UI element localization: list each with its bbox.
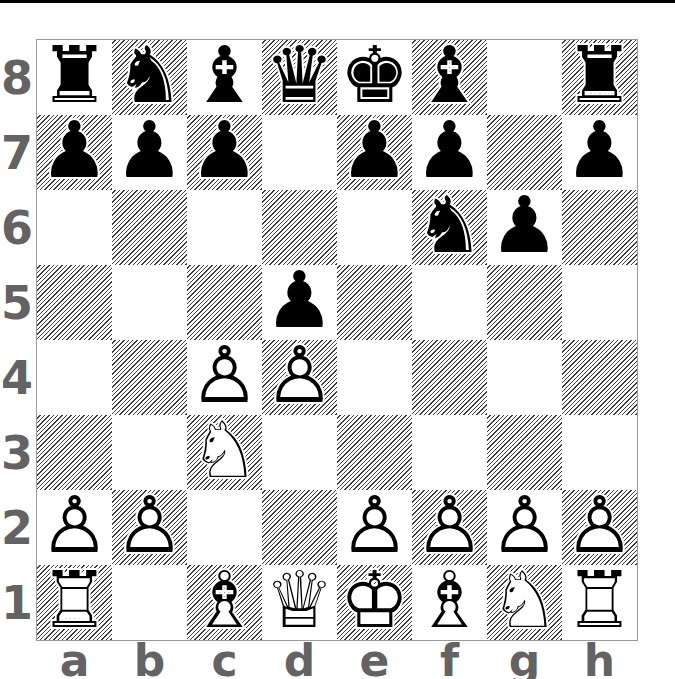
square-g6[interactable]: ♟♟ — [487, 190, 562, 265]
piece-glyph: ♔ — [337, 561, 412, 636]
square-d5[interactable]: ♟♟ — [262, 265, 337, 340]
square-f4[interactable] — [412, 340, 487, 415]
piece-glyph: ♙ — [337, 486, 412, 561]
piece-glyph: ♘ — [487, 561, 562, 636]
square-c2[interactable] — [187, 490, 262, 565]
square-g1[interactable]: ♞♘ — [487, 565, 562, 640]
piece-glyph: ♟ — [487, 186, 562, 261]
square-b5[interactable] — [112, 265, 187, 340]
piece-white-pawn: ♟♙ — [37, 490, 112, 565]
square-h2[interactable]: ♟♙ — [562, 490, 637, 565]
file-label-c: c — [187, 642, 262, 679]
square-d4[interactable]: ♟♙ — [262, 340, 337, 415]
piece-black-pawn: ♟♟ — [562, 115, 637, 190]
square-a8[interactable]: ♜♜ — [37, 40, 112, 115]
piece-black-bishop: ♝♝ — [187, 40, 262, 115]
top-rule — [0, 0, 675, 3]
square-e8[interactable]: ♚♚ — [337, 40, 412, 115]
square-b4[interactable] — [112, 340, 187, 415]
square-c7[interactable]: ♟♟ — [187, 115, 262, 190]
piece-white-queen: ♛♕ — [262, 565, 337, 640]
piece-black-pawn: ♟♟ — [37, 115, 112, 190]
rank-label-7: 7 — [0, 115, 34, 190]
square-e1[interactable]: ♚♔ — [337, 565, 412, 640]
piece-glyph: ♟ — [262, 261, 337, 336]
square-f5[interactable] — [412, 265, 487, 340]
square-h8[interactable]: ♜♜ — [562, 40, 637, 115]
square-c3[interactable]: ♞♘ — [187, 415, 262, 490]
piece-glyph: ♛ — [262, 36, 337, 111]
piece-black-pawn: ♟♟ — [487, 190, 562, 265]
rank-label-3: 3 — [0, 415, 34, 490]
piece-black-king: ♚♚ — [337, 40, 412, 115]
square-g5[interactable] — [487, 265, 562, 340]
piece-black-knight: ♞♞ — [412, 190, 487, 265]
piece-glyph: ♖ — [562, 561, 637, 636]
piece-white-pawn: ♟♙ — [562, 490, 637, 565]
square-f8[interactable]: ♝♝ — [412, 40, 487, 115]
square-g3[interactable] — [487, 415, 562, 490]
square-h5[interactable] — [562, 265, 637, 340]
piece-glyph: ♙ — [262, 336, 337, 411]
square-f2[interactable]: ♟♙ — [412, 490, 487, 565]
rank-label-6: 6 — [0, 190, 34, 265]
square-a5[interactable] — [37, 265, 112, 340]
chess-board: ♜♜♞♞♝♝♛♛♚♚♝♝♜♜♟♟♟♟♟♟♟♟♟♟♟♟♞♞♟♟♟♟♟♙♟♙♞♘♟♙… — [36, 39, 638, 641]
piece-glyph: ♟ — [37, 111, 112, 186]
square-d7[interactable] — [262, 115, 337, 190]
piece-white-knight: ♞♘ — [487, 565, 562, 640]
piece-black-pawn: ♟♟ — [112, 115, 187, 190]
piece-glyph: ♞ — [412, 186, 487, 261]
rank-label-2: 2 — [0, 490, 34, 565]
piece-glyph: ♙ — [187, 336, 262, 411]
piece-white-bishop: ♝♗ — [412, 565, 487, 640]
square-d2[interactable] — [262, 490, 337, 565]
piece-glyph: ♟ — [412, 111, 487, 186]
square-b1[interactable] — [112, 565, 187, 640]
square-e4[interactable] — [337, 340, 412, 415]
piece-black-bishop: ♝♝ — [412, 40, 487, 115]
square-h3[interactable] — [562, 415, 637, 490]
file-label-h: h — [562, 642, 637, 679]
square-c8[interactable]: ♝♝ — [187, 40, 262, 115]
square-b6[interactable] — [112, 190, 187, 265]
square-c4[interactable]: ♟♙ — [187, 340, 262, 415]
square-a1[interactable]: ♜♖ — [37, 565, 112, 640]
square-a6[interactable] — [37, 190, 112, 265]
square-g7[interactable] — [487, 115, 562, 190]
square-g2[interactable]: ♟♙ — [487, 490, 562, 565]
piece-black-pawn: ♟♟ — [262, 265, 337, 340]
square-b8[interactable]: ♞♞ — [112, 40, 187, 115]
piece-glyph: ♙ — [412, 486, 487, 561]
piece-black-rook: ♜♜ — [37, 40, 112, 115]
piece-black-queen: ♛♛ — [262, 40, 337, 115]
square-a4[interactable] — [37, 340, 112, 415]
piece-glyph: ♟ — [187, 111, 262, 186]
square-f7[interactable]: ♟♟ — [412, 115, 487, 190]
piece-white-rook: ♜♖ — [37, 565, 112, 640]
rank-label-1: 1 — [0, 565, 34, 640]
piece-glyph: ♜ — [562, 36, 637, 111]
piece-glyph: ♟ — [337, 111, 412, 186]
square-e6[interactable] — [337, 190, 412, 265]
square-e7[interactable]: ♟♟ — [337, 115, 412, 190]
square-b3[interactable] — [112, 415, 187, 490]
piece-glyph: ♜ — [37, 36, 112, 111]
piece-glyph: ♚ — [337, 36, 412, 111]
square-b2[interactable]: ♟♙ — [112, 490, 187, 565]
piece-white-pawn: ♟♙ — [337, 490, 412, 565]
square-g8[interactable] — [487, 40, 562, 115]
piece-white-rook: ♜♖ — [562, 565, 637, 640]
piece-black-pawn: ♟♟ — [412, 115, 487, 190]
square-e5[interactable] — [337, 265, 412, 340]
square-h6[interactable] — [562, 190, 637, 265]
piece-glyph: ♙ — [37, 486, 112, 561]
square-c5[interactable] — [187, 265, 262, 340]
piece-glyph: ♙ — [487, 486, 562, 561]
piece-white-pawn: ♟♙ — [112, 490, 187, 565]
piece-glyph: ♙ — [562, 486, 637, 561]
square-f6[interactable]: ♞♞ — [412, 190, 487, 265]
square-g4[interactable] — [487, 340, 562, 415]
square-h4[interactable] — [562, 340, 637, 415]
square-a2[interactable]: ♟♙ — [37, 490, 112, 565]
square-c6[interactable] — [187, 190, 262, 265]
square-b7[interactable]: ♟♟ — [112, 115, 187, 190]
rank-label-8: 8 — [0, 40, 34, 115]
piece-black-knight: ♞♞ — [112, 40, 187, 115]
piece-glyph: ♞ — [112, 36, 187, 111]
file-label-a: a — [37, 642, 112, 679]
piece-white-pawn: ♟♙ — [262, 340, 337, 415]
file-label-f: f — [412, 642, 487, 679]
square-a7[interactable]: ♟♟ — [37, 115, 112, 190]
piece-white-pawn: ♟♙ — [412, 490, 487, 565]
square-f3[interactable] — [412, 415, 487, 490]
chess-diagram: 87654321 ♜♜♞♞♝♝♛♛♚♚♝♝♜♜♟♟♟♟♟♟♟♟♟♟♟♟♞♞♟♟♟… — [0, 0, 675, 679]
square-a3[interactable] — [37, 415, 112, 490]
piece-glyph: ♟ — [112, 111, 187, 186]
square-f1[interactable]: ♝♗ — [412, 565, 487, 640]
file-label-d: d — [262, 642, 337, 679]
square-d1[interactable]: ♛♕ — [262, 565, 337, 640]
piece-glyph: ♟ — [562, 111, 637, 186]
piece-white-pawn: ♟♙ — [187, 340, 262, 415]
piece-glyph: ♗ — [412, 561, 487, 636]
square-h7[interactable]: ♟♟ — [562, 115, 637, 190]
rank-label-5: 5 — [0, 265, 34, 340]
piece-glyph: ♝ — [187, 36, 262, 111]
square-d8[interactable]: ♛♛ — [262, 40, 337, 115]
piece-glyph: ♖ — [37, 561, 112, 636]
piece-black-rook: ♜♜ — [562, 40, 637, 115]
square-e2[interactable]: ♟♙ — [337, 490, 412, 565]
square-d3[interactable] — [262, 415, 337, 490]
piece-white-king: ♚♔ — [337, 565, 412, 640]
piece-glyph: ♙ — [112, 486, 187, 561]
piece-black-pawn: ♟♟ — [337, 115, 412, 190]
piece-black-pawn: ♟♟ — [187, 115, 262, 190]
piece-white-knight: ♞♘ — [187, 415, 262, 490]
file-label-e: e — [337, 642, 412, 679]
square-d6[interactable] — [262, 190, 337, 265]
piece-glyph: ♕ — [262, 561, 337, 636]
piece-white-pawn: ♟♙ — [487, 490, 562, 565]
piece-glyph: ♗ — [187, 561, 262, 636]
square-c1[interactable]: ♝♗ — [187, 565, 262, 640]
rank-label-4: 4 — [0, 340, 34, 415]
piece-glyph: ♝ — [412, 36, 487, 111]
square-e3[interactable] — [337, 415, 412, 490]
square-h1[interactable]: ♜♖ — [562, 565, 637, 640]
piece-glyph: ♘ — [187, 411, 262, 486]
file-label-b: b — [112, 642, 187, 679]
piece-white-bishop: ♝♗ — [187, 565, 262, 640]
file-label-g: g — [487, 642, 562, 679]
